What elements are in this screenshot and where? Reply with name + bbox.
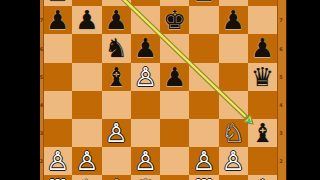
square-c3[interactable]: ♙ bbox=[102, 119, 131, 147]
square-b7[interactable]: ♟ bbox=[72, 6, 101, 34]
piece-white-pawn[interactable]: ♙ bbox=[104, 119, 127, 147]
square-f7[interactable] bbox=[189, 6, 218, 34]
piece-white-rook[interactable]: ♖ bbox=[46, 175, 69, 180]
piece-black-bishop[interactable]: ♝ bbox=[251, 119, 274, 147]
square-g2[interactable]: ♙ bbox=[219, 147, 248, 175]
square-b4[interactable] bbox=[72, 91, 101, 119]
square-d4[interactable] bbox=[131, 91, 160, 119]
square-a1[interactable]: ♖ bbox=[43, 175, 72, 180]
square-f2[interactable]: ♙ bbox=[189, 147, 218, 175]
square-d6[interactable]: ♟ bbox=[131, 34, 160, 62]
square-e1[interactable] bbox=[160, 175, 189, 180]
square-e6[interactable] bbox=[160, 34, 189, 62]
square-h3[interactable]: ♝ bbox=[248, 119, 277, 147]
square-c6[interactable]: ♞ bbox=[102, 34, 131, 62]
square-h2[interactable] bbox=[248, 147, 277, 175]
square-c7[interactable]: ♟ bbox=[102, 6, 131, 34]
rank-label-6: 6 bbox=[277, 46, 285, 52]
square-a2[interactable]: ♙ bbox=[43, 147, 72, 175]
square-a5[interactable] bbox=[43, 63, 72, 91]
square-g1[interactable] bbox=[219, 175, 248, 180]
square-g6[interactable] bbox=[219, 34, 248, 62]
piece-black-pawn[interactable]: ♟ bbox=[251, 34, 274, 62]
square-c2[interactable] bbox=[102, 147, 131, 175]
square-g3[interactable]: ♘ bbox=[219, 119, 248, 147]
square-h5[interactable]: ♛ bbox=[248, 63, 277, 91]
square-b1[interactable]: ♘ bbox=[72, 175, 101, 180]
piece-black-queen[interactable]: ♛ bbox=[251, 63, 274, 91]
piece-white-bishop[interactable]: ♗ bbox=[104, 175, 127, 180]
piece-white-knight[interactable]: ♘ bbox=[221, 119, 244, 147]
square-a3[interactable] bbox=[43, 119, 72, 147]
rank-label-5: 5 bbox=[277, 74, 285, 80]
chess-thumbnail: ♜♜♟♟♟♚♟♞♟♟♝♙♟♛♙♘♝♙♙♙♙♙♖♘♗♕♖♔ + 887766554… bbox=[0, 0, 320, 180]
square-e4[interactable] bbox=[160, 91, 189, 119]
rank-label-3: 3 bbox=[38, 130, 46, 136]
square-f3[interactable] bbox=[189, 119, 218, 147]
piece-white-pawn[interactable]: ♙ bbox=[221, 147, 244, 175]
square-a6[interactable] bbox=[43, 34, 72, 62]
piece-black-pawn[interactable]: ♟ bbox=[163, 63, 186, 91]
square-f5[interactable] bbox=[189, 63, 218, 91]
square-f4[interactable] bbox=[189, 91, 218, 119]
piece-white-pawn[interactable]: ♙ bbox=[46, 147, 69, 175]
square-g4[interactable] bbox=[219, 91, 248, 119]
chess-board: ♜♜♟♟♟♚♟♞♟♟♝♙♟♛♙♘♝♙♙♙♙♙♖♘♗♕♖♔ bbox=[43, 0, 277, 180]
piece-black-king[interactable]: ♚ bbox=[163, 6, 186, 34]
piece-black-knight[interactable]: ♞ bbox=[104, 34, 127, 62]
square-d2[interactable]: ♙ bbox=[131, 147, 160, 175]
square-d1[interactable]: ♕ bbox=[131, 175, 160, 180]
square-h4[interactable] bbox=[248, 91, 277, 119]
rank-label-7: 7 bbox=[277, 17, 285, 23]
rank-label-2: 2 bbox=[38, 158, 46, 164]
square-g7[interactable]: ♟ bbox=[219, 6, 248, 34]
piece-white-king[interactable]: ♔ bbox=[251, 175, 274, 180]
rank-label-4: 4 bbox=[277, 102, 285, 108]
piece-white-rook[interactable]: ♖ bbox=[192, 175, 215, 180]
square-h1[interactable]: ♔ bbox=[248, 175, 277, 180]
square-f6[interactable] bbox=[189, 34, 218, 62]
square-g5[interactable] bbox=[219, 63, 248, 91]
rank-label-5: 5 bbox=[38, 74, 46, 80]
square-b6[interactable] bbox=[72, 34, 101, 62]
square-e5[interactable]: ♟ bbox=[160, 63, 189, 91]
board-border-left bbox=[40, 0, 44, 180]
piece-white-pawn[interactable]: ♙ bbox=[75, 147, 98, 175]
square-b2[interactable]: ♙ bbox=[72, 147, 101, 175]
square-d5[interactable]: ♙ bbox=[131, 63, 160, 91]
board-border-right bbox=[277, 0, 287, 180]
piece-white-pawn[interactable]: ♙ bbox=[192, 147, 215, 175]
square-a4[interactable] bbox=[43, 91, 72, 119]
rank-label-2: 2 bbox=[277, 158, 285, 164]
square-c1[interactable]: ♗ bbox=[102, 175, 131, 180]
piece-black-pawn[interactable]: ♟ bbox=[104, 6, 127, 34]
rank-label-3: 3 bbox=[277, 130, 285, 136]
rank-label-4: 4 bbox=[38, 102, 46, 108]
square-b3[interactable] bbox=[72, 119, 101, 147]
square-e3[interactable] bbox=[160, 119, 189, 147]
piece-black-pawn[interactable]: ♟ bbox=[134, 34, 157, 62]
rank-label-7: 7 bbox=[38, 17, 46, 23]
piece-white-pawn[interactable]: ♙ bbox=[134, 147, 157, 175]
piece-black-bishop[interactable]: ♝ bbox=[104, 63, 127, 91]
square-e2[interactable] bbox=[160, 147, 189, 175]
piece-white-pawn[interactable]: ♙ bbox=[134, 63, 157, 91]
piece-black-pawn[interactable]: ♟ bbox=[75, 6, 98, 34]
square-a7[interactable]: ♟ bbox=[43, 6, 72, 34]
square-c4[interactable] bbox=[102, 91, 131, 119]
square-b5[interactable] bbox=[72, 63, 101, 91]
square-d3[interactable] bbox=[131, 119, 160, 147]
piece-black-pawn[interactable]: ♟ bbox=[46, 6, 69, 34]
square-f1[interactable]: ♖ bbox=[189, 175, 218, 180]
square-d7[interactable] bbox=[131, 6, 160, 34]
square-e7[interactable]: ♚ bbox=[160, 6, 189, 34]
square-h6[interactable]: ♟ bbox=[248, 34, 277, 62]
square-c5[interactable]: ♝ bbox=[102, 63, 131, 91]
piece-black-pawn[interactable]: ♟ bbox=[221, 6, 244, 34]
piece-white-queen[interactable]: ♕ bbox=[134, 175, 157, 180]
square-h7[interactable] bbox=[248, 6, 277, 34]
piece-white-knight[interactable]: ♘ bbox=[75, 175, 98, 180]
rank-label-6: 6 bbox=[38, 46, 46, 52]
